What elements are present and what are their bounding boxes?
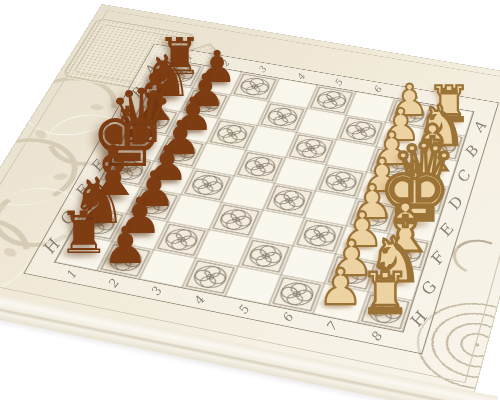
corner-cell (397, 332, 426, 354)
chess-set-photo: 12345678AABBCCDDEEFFGGHH12345678♜♞♝♛♚♝♞♜… (0, 0, 500, 400)
